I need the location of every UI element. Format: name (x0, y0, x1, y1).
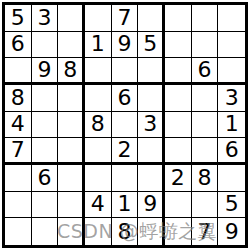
cell-r9c7[interactable] (165, 218, 192, 245)
cell-r6c5[interactable]: 2 (112, 138, 139, 165)
cell-r4c1[interactable]: 8 (5, 85, 32, 112)
cell-r8c1[interactable] (5, 192, 32, 219)
cell-r5c6[interactable]: 3 (138, 112, 165, 139)
cell-r7c9[interactable] (218, 165, 245, 192)
cell-r3c9[interactable] (218, 58, 245, 85)
cell-r6c6[interactable] (138, 138, 165, 165)
cell-r6c9[interactable]: 6 (218, 138, 245, 165)
cell-r1c3[interactable] (58, 5, 85, 32)
cell-r3c4[interactable] (85, 58, 112, 85)
cell-r5c7[interactable] (165, 112, 192, 139)
cell-r1c4[interactable] (85, 5, 112, 32)
cell-r2c3[interactable] (58, 32, 85, 59)
cell-r3c1[interactable] (5, 58, 32, 85)
cell-r6c2[interactable] (32, 138, 59, 165)
cell-r7c7[interactable]: 2 (165, 165, 192, 192)
cell-r3c7[interactable] (165, 58, 192, 85)
cell-r5c3[interactable] (58, 112, 85, 139)
cell-r6c8[interactable] (192, 138, 219, 165)
cell-r4c6[interactable] (138, 85, 165, 112)
cell-r1c6[interactable] (138, 5, 165, 32)
cell-r5c4[interactable]: 8 (85, 112, 112, 139)
cell-r4c4[interactable] (85, 85, 112, 112)
cell-r3c6[interactable] (138, 58, 165, 85)
cell-r4c8[interactable] (192, 85, 219, 112)
cell-r9c6[interactable] (138, 218, 165, 245)
cell-r6c3[interactable] (58, 138, 85, 165)
cell-r4c9[interactable]: 3 (218, 85, 245, 112)
cell-r9c5[interactable]: 8 (112, 218, 139, 245)
cell-r9c4[interactable] (85, 218, 112, 245)
cell-r4c7[interactable] (165, 85, 192, 112)
cell-r8c8[interactable] (192, 192, 219, 219)
cell-r8c9[interactable]: 5 (218, 192, 245, 219)
cell-r2c2[interactable] (32, 32, 59, 59)
cell-r8c2[interactable] (32, 192, 59, 219)
cell-r5c1[interactable]: 4 (5, 112, 32, 139)
cell-r1c5[interactable]: 7 (112, 5, 139, 32)
cell-r4c5[interactable]: 6 (112, 85, 139, 112)
sudoku-board: 537619598686348317266284195879 (2, 2, 248, 248)
cell-r8c6[interactable]: 9 (138, 192, 165, 219)
cell-r7c1[interactable] (5, 165, 32, 192)
cell-r1c7[interactable] (165, 5, 192, 32)
cell-r8c7[interactable] (165, 192, 192, 219)
cell-r2c5[interactable]: 9 (112, 32, 139, 59)
cell-r3c3[interactable]: 8 (58, 58, 85, 85)
cell-r1c1[interactable]: 5 (5, 5, 32, 32)
cell-r9c1[interactable] (5, 218, 32, 245)
cell-r7c3[interactable] (58, 165, 85, 192)
cell-r2c7[interactable] (165, 32, 192, 59)
cell-r1c8[interactable] (192, 5, 219, 32)
cell-r8c3[interactable] (58, 192, 85, 219)
cell-r6c7[interactable] (165, 138, 192, 165)
cell-r5c9[interactable]: 1 (218, 112, 245, 139)
cell-r4c2[interactable] (32, 85, 59, 112)
cell-r5c2[interactable] (32, 112, 59, 139)
cell-r3c5[interactable] (112, 58, 139, 85)
cell-r8c4[interactable]: 4 (85, 192, 112, 219)
cell-r1c9[interactable] (218, 5, 245, 32)
cell-r2c9[interactable] (218, 32, 245, 59)
cell-r2c6[interactable]: 5 (138, 32, 165, 59)
cell-r3c8[interactable]: 6 (192, 58, 219, 85)
cell-r7c4[interactable] (85, 165, 112, 192)
cell-r2c8[interactable] (192, 32, 219, 59)
cell-r9c3[interactable] (58, 218, 85, 245)
cell-r7c6[interactable] (138, 165, 165, 192)
cell-r7c8[interactable]: 8 (192, 165, 219, 192)
cell-r3c2[interactable]: 9 (32, 58, 59, 85)
cell-r1c2[interactable]: 3 (32, 5, 59, 32)
cell-r9c8[interactable]: 7 (192, 218, 219, 245)
cell-r4c3[interactable] (58, 85, 85, 112)
cell-r2c1[interactable]: 6 (5, 32, 32, 59)
cell-r6c4[interactable] (85, 138, 112, 165)
cell-r7c5[interactable] (112, 165, 139, 192)
cell-r5c8[interactable] (192, 112, 219, 139)
cell-r6c1[interactable]: 7 (5, 138, 32, 165)
cell-r9c2[interactable] (32, 218, 59, 245)
cell-r8c5[interactable]: 1 (112, 192, 139, 219)
cell-r9c9[interactable]: 9 (218, 218, 245, 245)
cell-r7c2[interactable]: 6 (32, 165, 59, 192)
cell-r5c5[interactable] (112, 112, 139, 139)
cell-r2c4[interactable]: 1 (85, 32, 112, 59)
